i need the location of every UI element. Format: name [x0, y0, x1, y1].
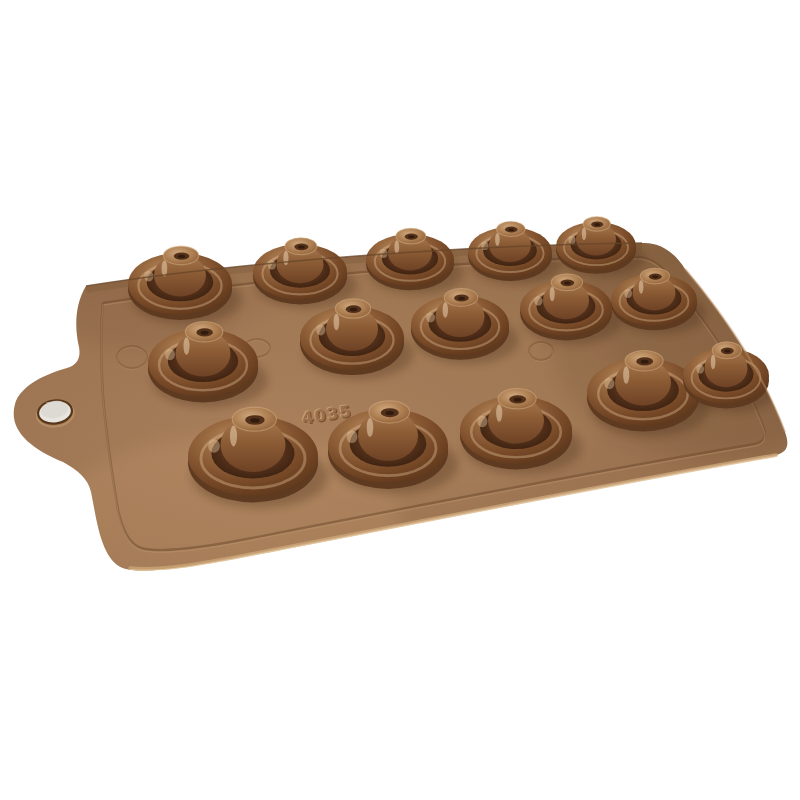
product-photo-stage: 4035 4035 4035 — [0, 0, 800, 800]
chocolate-mould-photo: 4035 4035 4035 — [0, 0, 800, 800]
